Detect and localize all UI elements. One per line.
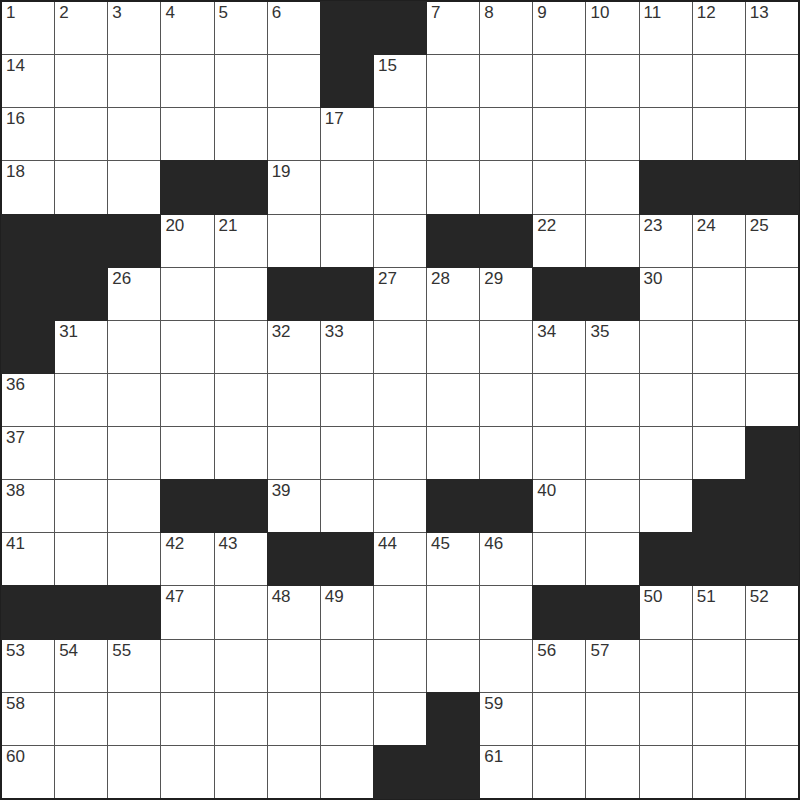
clue-number: 2 bbox=[59, 3, 68, 23]
clue-number: 46 bbox=[484, 534, 503, 554]
white-cell[interactable] bbox=[693, 108, 745, 160]
clue-number: 54 bbox=[59, 641, 78, 661]
white-cell[interactable]: 15 bbox=[374, 55, 426, 107]
clue-number: 11 bbox=[644, 3, 662, 23]
white-cell[interactable]: 60 bbox=[2, 746, 54, 798]
black-cell bbox=[321, 55, 373, 107]
black-cell bbox=[586, 268, 638, 320]
white-cell[interactable] bbox=[108, 374, 160, 426]
white-cell[interactable] bbox=[533, 427, 585, 479]
white-cell[interactable]: 53 bbox=[2, 640, 54, 692]
white-cell[interactable] bbox=[108, 693, 160, 745]
black-cell bbox=[746, 480, 798, 532]
white-cell[interactable]: 54 bbox=[55, 640, 107, 692]
white-cell[interactable] bbox=[693, 55, 745, 107]
white-cell[interactable] bbox=[321, 480, 373, 532]
white-cell[interactable] bbox=[746, 268, 798, 320]
clue-number: 57 bbox=[590, 641, 609, 661]
white-cell[interactable] bbox=[374, 321, 426, 373]
white-cell[interactable] bbox=[321, 427, 373, 479]
clue-number: 21 bbox=[219, 216, 238, 236]
clue-number: 19 bbox=[272, 162, 291, 182]
black-cell bbox=[2, 321, 54, 373]
white-cell[interactable] bbox=[215, 321, 267, 373]
white-cell[interactable]: 58 bbox=[2, 693, 54, 745]
clue-number: 58 bbox=[6, 694, 25, 714]
white-cell[interactable] bbox=[108, 55, 160, 107]
white-cell[interactable]: 36 bbox=[2, 374, 54, 426]
white-cell[interactable] bbox=[215, 268, 267, 320]
white-cell[interactable] bbox=[55, 693, 107, 745]
white-cell[interactable] bbox=[55, 480, 107, 532]
white-cell[interactable]: 14 bbox=[2, 55, 54, 107]
black-cell bbox=[746, 427, 798, 479]
clue-number: 9 bbox=[537, 3, 546, 23]
white-cell[interactable] bbox=[55, 533, 107, 585]
black-cell bbox=[321, 268, 373, 320]
white-cell[interactable]: 51 bbox=[693, 586, 745, 638]
clue-number: 41 bbox=[6, 534, 25, 554]
white-cell[interactable]: 55 bbox=[108, 640, 160, 692]
clue-number: 52 bbox=[750, 587, 769, 607]
white-cell[interactable] bbox=[746, 321, 798, 373]
white-cell[interactable] bbox=[321, 161, 373, 213]
clue-number: 37 bbox=[6, 428, 25, 448]
black-cell bbox=[2, 586, 54, 638]
black-cell bbox=[2, 268, 54, 320]
clue-number: 56 bbox=[537, 641, 556, 661]
black-cell bbox=[215, 161, 267, 213]
white-cell[interactable] bbox=[640, 55, 692, 107]
white-cell[interactable] bbox=[746, 746, 798, 798]
white-cell[interactable] bbox=[55, 374, 107, 426]
black-cell bbox=[268, 533, 320, 585]
white-cell[interactable] bbox=[480, 321, 532, 373]
white-cell[interactable]: 33 bbox=[321, 321, 373, 373]
clue-number: 40 bbox=[537, 481, 556, 501]
white-cell[interactable]: 44 bbox=[374, 533, 426, 585]
white-cell[interactable] bbox=[321, 640, 373, 692]
white-cell[interactable] bbox=[215, 427, 267, 479]
clue-number: 17 bbox=[325, 109, 344, 129]
white-cell[interactable]: 39 bbox=[268, 480, 320, 532]
white-cell[interactable]: 23 bbox=[640, 215, 692, 267]
white-cell[interactable] bbox=[640, 640, 692, 692]
white-cell[interactable] bbox=[480, 374, 532, 426]
clue-number: 20 bbox=[165, 216, 184, 236]
white-cell[interactable] bbox=[161, 108, 213, 160]
white-cell[interactable] bbox=[215, 640, 267, 692]
white-cell[interactable] bbox=[427, 161, 479, 213]
white-cell[interactable]: 56 bbox=[533, 640, 585, 692]
white-cell[interactable]: 45 bbox=[427, 533, 479, 585]
clue-number: 34 bbox=[537, 322, 556, 342]
white-cell[interactable] bbox=[161, 640, 213, 692]
white-cell[interactable] bbox=[693, 693, 745, 745]
black-cell bbox=[533, 586, 585, 638]
white-cell[interactable] bbox=[480, 586, 532, 638]
white-cell[interactable]: 22 bbox=[533, 215, 585, 267]
white-cell[interactable]: 42 bbox=[161, 533, 213, 585]
clue-number: 31 bbox=[59, 322, 78, 342]
white-cell[interactable]: 16 bbox=[2, 108, 54, 160]
white-cell[interactable] bbox=[640, 374, 692, 426]
white-cell[interactable]: 52 bbox=[746, 586, 798, 638]
white-cell[interactable]: 25 bbox=[746, 215, 798, 267]
white-cell[interactable]: 13 bbox=[746, 2, 798, 54]
clue-number: 22 bbox=[537, 216, 556, 236]
white-cell[interactable]: 40 bbox=[533, 480, 585, 532]
white-cell[interactable] bbox=[268, 108, 320, 160]
white-cell[interactable] bbox=[746, 640, 798, 692]
white-cell[interactable]: 57 bbox=[586, 640, 638, 692]
clue-number: 16 bbox=[6, 109, 25, 129]
white-cell[interactable]: 7 bbox=[427, 2, 479, 54]
white-cell[interactable] bbox=[533, 533, 585, 585]
black-cell bbox=[746, 533, 798, 585]
white-cell[interactable] bbox=[746, 374, 798, 426]
white-cell[interactable] bbox=[640, 321, 692, 373]
clue-number: 30 bbox=[644, 269, 663, 289]
white-cell[interactable] bbox=[321, 374, 373, 426]
white-cell[interactable] bbox=[161, 746, 213, 798]
white-cell[interactable] bbox=[586, 55, 638, 107]
white-cell[interactable] bbox=[693, 268, 745, 320]
clue-number: 3 bbox=[112, 3, 121, 23]
white-cell[interactable]: 31 bbox=[55, 321, 107, 373]
white-cell[interactable]: 35 bbox=[586, 321, 638, 373]
white-cell[interactable] bbox=[374, 374, 426, 426]
white-cell[interactable] bbox=[427, 321, 479, 373]
white-cell[interactable] bbox=[427, 586, 479, 638]
black-cell bbox=[374, 2, 426, 54]
white-cell[interactable] bbox=[480, 55, 532, 107]
white-cell[interactable] bbox=[533, 55, 585, 107]
black-cell bbox=[161, 480, 213, 532]
white-cell[interactable] bbox=[746, 55, 798, 107]
white-cell[interactable] bbox=[268, 693, 320, 745]
white-cell[interactable] bbox=[746, 693, 798, 745]
clue-number: 51 bbox=[697, 587, 716, 607]
crossword-grid: 1234567891011121314151617181920212223242… bbox=[0, 0, 800, 800]
white-cell[interactable] bbox=[161, 693, 213, 745]
clue-number: 50 bbox=[644, 587, 663, 607]
white-cell[interactable] bbox=[693, 321, 745, 373]
white-cell[interactable] bbox=[586, 693, 638, 745]
white-cell[interactable] bbox=[586, 215, 638, 267]
clue-number: 55 bbox=[112, 641, 131, 661]
black-cell bbox=[746, 161, 798, 213]
black-cell bbox=[640, 161, 692, 213]
black-cell bbox=[427, 693, 479, 745]
white-cell[interactable] bbox=[374, 693, 426, 745]
clue-number: 39 bbox=[272, 481, 291, 501]
black-cell bbox=[427, 480, 479, 532]
white-cell[interactable]: 17 bbox=[321, 108, 373, 160]
white-cell[interactable]: 28 bbox=[427, 268, 479, 320]
clue-number: 5 bbox=[219, 3, 228, 23]
black-cell bbox=[427, 746, 479, 798]
white-cell[interactable] bbox=[161, 268, 213, 320]
white-cell[interactable] bbox=[108, 533, 160, 585]
white-cell[interactable] bbox=[215, 108, 267, 160]
white-cell[interactable] bbox=[533, 746, 585, 798]
clue-number: 13 bbox=[750, 3, 769, 23]
white-cell[interactable] bbox=[693, 374, 745, 426]
clue-number: 6 bbox=[272, 3, 281, 23]
white-cell[interactable]: 3 bbox=[108, 2, 160, 54]
white-cell[interactable] bbox=[55, 108, 107, 160]
clue-number: 36 bbox=[6, 375, 25, 395]
white-cell[interactable] bbox=[268, 374, 320, 426]
clue-number: 24 bbox=[697, 216, 716, 236]
white-cell[interactable] bbox=[108, 321, 160, 373]
black-cell bbox=[161, 161, 213, 213]
white-cell[interactable] bbox=[427, 640, 479, 692]
clue-number: 18 bbox=[6, 162, 25, 182]
clue-number: 23 bbox=[644, 216, 663, 236]
clue-number: 15 bbox=[378, 56, 397, 76]
white-cell[interactable] bbox=[108, 746, 160, 798]
white-cell[interactable] bbox=[268, 640, 320, 692]
white-cell[interactable] bbox=[321, 693, 373, 745]
white-cell[interactable] bbox=[108, 108, 160, 160]
white-cell[interactable]: 2 bbox=[55, 2, 107, 54]
white-cell[interactable]: 27 bbox=[374, 268, 426, 320]
clue-number: 12 bbox=[697, 3, 716, 23]
black-cell bbox=[533, 268, 585, 320]
white-cell[interactable] bbox=[374, 640, 426, 692]
white-cell[interactable]: 48 bbox=[268, 586, 320, 638]
white-cell[interactable] bbox=[586, 480, 638, 532]
black-cell bbox=[640, 533, 692, 585]
white-cell[interactable]: 24 bbox=[693, 215, 745, 267]
white-cell[interactable] bbox=[55, 55, 107, 107]
clue-number: 45 bbox=[431, 534, 450, 554]
white-cell[interactable] bbox=[746, 108, 798, 160]
black-cell bbox=[55, 215, 107, 267]
clue-number: 44 bbox=[378, 534, 397, 554]
clue-number: 49 bbox=[325, 587, 344, 607]
white-cell[interactable] bbox=[374, 427, 426, 479]
white-cell[interactable] bbox=[480, 640, 532, 692]
white-cell[interactable]: 1 bbox=[2, 2, 54, 54]
white-cell[interactable]: 49 bbox=[321, 586, 373, 638]
black-cell bbox=[55, 586, 107, 638]
clue-number: 26 bbox=[112, 269, 131, 289]
white-cell[interactable] bbox=[55, 427, 107, 479]
white-cell[interactable]: 19 bbox=[268, 161, 320, 213]
white-cell[interactable] bbox=[586, 427, 638, 479]
white-cell[interactable] bbox=[533, 693, 585, 745]
clue-number: 60 bbox=[6, 747, 25, 767]
clue-number: 61 bbox=[484, 747, 503, 767]
black-cell bbox=[586, 586, 638, 638]
clue-number: 25 bbox=[750, 216, 769, 236]
white-cell[interactable] bbox=[586, 374, 638, 426]
white-cell[interactable] bbox=[374, 480, 426, 532]
white-cell[interactable] bbox=[586, 533, 638, 585]
white-cell[interactable] bbox=[374, 108, 426, 160]
white-cell[interactable]: 47 bbox=[161, 586, 213, 638]
white-cell[interactable]: 18 bbox=[2, 161, 54, 213]
white-cell[interactable] bbox=[374, 215, 426, 267]
white-cell[interactable] bbox=[161, 321, 213, 373]
clue-number: 14 bbox=[6, 56, 25, 76]
white-cell[interactable] bbox=[321, 215, 373, 267]
white-cell[interactable] bbox=[640, 693, 692, 745]
white-cell[interactable]: 34 bbox=[533, 321, 585, 373]
white-cell[interactable]: 41 bbox=[2, 533, 54, 585]
clue-number: 10 bbox=[590, 3, 609, 23]
white-cell[interactable]: 37 bbox=[2, 427, 54, 479]
white-cell[interactable] bbox=[161, 427, 213, 479]
black-cell bbox=[427, 215, 479, 267]
black-cell bbox=[480, 480, 532, 532]
black-cell bbox=[693, 161, 745, 213]
white-cell[interactable]: 46 bbox=[480, 533, 532, 585]
clue-number: 27 bbox=[378, 269, 397, 289]
white-cell[interactable]: 5 bbox=[215, 2, 267, 54]
white-cell[interactable]: 6 bbox=[268, 2, 320, 54]
clue-number: 1 bbox=[6, 3, 15, 23]
white-cell[interactable] bbox=[480, 108, 532, 160]
white-cell[interactable] bbox=[215, 55, 267, 107]
black-cell bbox=[374, 746, 426, 798]
clue-number: 59 bbox=[484, 694, 503, 714]
white-cell[interactable]: 30 bbox=[640, 268, 692, 320]
white-cell[interactable] bbox=[586, 746, 638, 798]
white-cell[interactable] bbox=[586, 161, 638, 213]
white-cell[interactable] bbox=[427, 427, 479, 479]
black-cell bbox=[108, 586, 160, 638]
white-cell[interactable] bbox=[427, 55, 479, 107]
white-cell[interactable] bbox=[268, 55, 320, 107]
white-cell[interactable] bbox=[55, 161, 107, 213]
white-cell[interactable] bbox=[640, 108, 692, 160]
white-cell[interactable] bbox=[480, 161, 532, 213]
white-cell[interactable]: 8 bbox=[480, 2, 532, 54]
white-cell[interactable] bbox=[693, 427, 745, 479]
white-cell[interactable] bbox=[215, 586, 267, 638]
clue-number: 47 bbox=[165, 587, 184, 607]
white-cell[interactable]: 43 bbox=[215, 533, 267, 585]
black-cell bbox=[321, 2, 373, 54]
black-cell bbox=[693, 480, 745, 532]
white-cell[interactable] bbox=[427, 374, 479, 426]
white-cell[interactable] bbox=[215, 746, 267, 798]
white-cell[interactable] bbox=[374, 586, 426, 638]
clue-number: 33 bbox=[325, 322, 344, 342]
black-cell bbox=[108, 215, 160, 267]
white-cell[interactable]: 38 bbox=[2, 480, 54, 532]
clue-number: 42 bbox=[165, 534, 184, 554]
white-cell[interactable] bbox=[268, 427, 320, 479]
white-cell[interactable] bbox=[693, 746, 745, 798]
clue-number: 48 bbox=[272, 587, 291, 607]
white-cell[interactable]: 11 bbox=[640, 2, 692, 54]
white-cell[interactable]: 10 bbox=[586, 2, 638, 54]
white-cell[interactable] bbox=[108, 161, 160, 213]
white-cell[interactable] bbox=[533, 374, 585, 426]
white-cell[interactable] bbox=[321, 746, 373, 798]
black-cell bbox=[480, 215, 532, 267]
white-cell[interactable]: 9 bbox=[533, 2, 585, 54]
black-cell bbox=[268, 268, 320, 320]
white-cell[interactable] bbox=[640, 480, 692, 532]
black-cell bbox=[693, 533, 745, 585]
white-cell[interactable] bbox=[268, 746, 320, 798]
white-cell[interactable] bbox=[268, 215, 320, 267]
white-cell[interactable] bbox=[693, 640, 745, 692]
white-cell[interactable] bbox=[480, 427, 532, 479]
white-cell[interactable]: 29 bbox=[480, 268, 532, 320]
white-cell[interactable] bbox=[533, 108, 585, 160]
white-cell[interactable]: 4 bbox=[161, 2, 213, 54]
white-cell[interactable]: 26 bbox=[108, 268, 160, 320]
white-cell[interactable]: 12 bbox=[693, 2, 745, 54]
white-cell[interactable] bbox=[215, 693, 267, 745]
white-cell[interactable]: 32 bbox=[268, 321, 320, 373]
clue-number: 35 bbox=[590, 322, 609, 342]
white-cell[interactable] bbox=[161, 374, 213, 426]
black-cell bbox=[55, 268, 107, 320]
white-cell[interactable] bbox=[161, 55, 213, 107]
white-cell[interactable] bbox=[586, 108, 638, 160]
clue-number: 7 bbox=[431, 3, 440, 23]
white-cell[interactable] bbox=[108, 427, 160, 479]
clue-number: 8 bbox=[484, 3, 493, 23]
black-cell bbox=[215, 480, 267, 532]
white-cell[interactable] bbox=[108, 480, 160, 532]
white-cell[interactable] bbox=[55, 746, 107, 798]
white-cell[interactable] bbox=[427, 108, 479, 160]
white-cell[interactable] bbox=[533, 161, 585, 213]
white-cell[interactable]: 59 bbox=[480, 693, 532, 745]
clue-number: 38 bbox=[6, 481, 25, 501]
white-cell[interactable]: 61 bbox=[480, 746, 532, 798]
white-cell[interactable] bbox=[640, 746, 692, 798]
clue-number: 32 bbox=[272, 322, 291, 342]
clue-number: 29 bbox=[484, 269, 503, 289]
clue-number: 53 bbox=[6, 641, 25, 661]
white-cell[interactable]: 50 bbox=[640, 586, 692, 638]
white-cell[interactable] bbox=[374, 161, 426, 213]
white-cell[interactable] bbox=[215, 374, 267, 426]
black-cell bbox=[321, 533, 373, 585]
clue-number: 43 bbox=[219, 534, 238, 554]
clue-number: 4 bbox=[165, 3, 174, 23]
white-cell[interactable]: 20 bbox=[161, 215, 213, 267]
white-cell[interactable]: 21 bbox=[215, 215, 267, 267]
white-cell[interactable] bbox=[640, 427, 692, 479]
clue-number: 28 bbox=[431, 269, 450, 289]
black-cell bbox=[2, 215, 54, 267]
